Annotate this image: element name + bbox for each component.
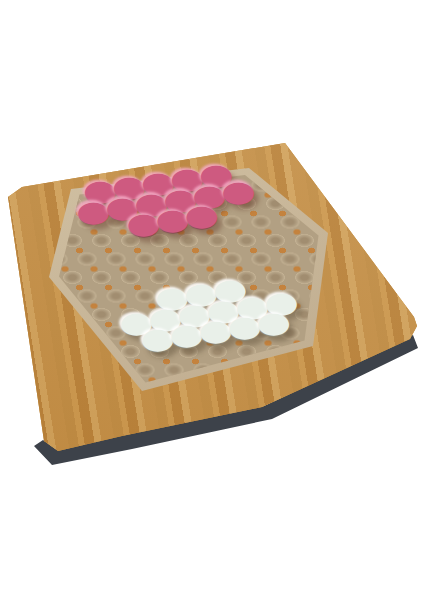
board-cell[interactable]: ● xyxy=(221,182,257,205)
product-photo-background: ●●●●●●●●●●●●●●●●●●●●●●●●●●●● xyxy=(0,0,424,600)
board-cell[interactable]: ● xyxy=(184,207,220,230)
red-marble[interactable]: ● xyxy=(184,205,219,227)
red-marble[interactable]: ● xyxy=(220,180,255,202)
board-cell[interactable] xyxy=(278,252,314,275)
board-cell[interactable]: ● xyxy=(256,314,292,337)
white-marble[interactable]: ● xyxy=(256,312,291,334)
